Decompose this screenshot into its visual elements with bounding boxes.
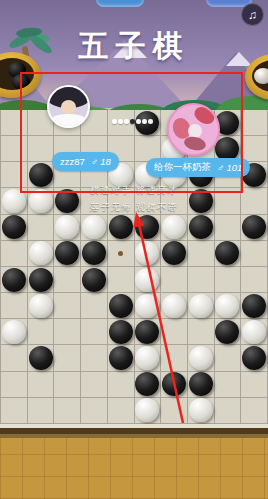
board-cell[interactable]: [1, 241, 28, 267]
black-stone: [82, 268, 106, 292]
carousel-dot: [148, 119, 153, 124]
board-cell[interactable]: [1, 293, 28, 319]
black-stone: [189, 372, 213, 396]
board-cell[interactable]: [215, 345, 242, 371]
left-player-name-pill: zzz87 ♂ 18: [52, 152, 119, 171]
board-cell[interactable]: [215, 241, 242, 267]
black-stone: [135, 320, 159, 344]
board-cell[interactable]: [135, 319, 162, 345]
carousel-dot: [136, 119, 141, 124]
board-cell[interactable]: [188, 319, 215, 345]
board-cell[interactable]: [54, 398, 81, 424]
board-cell[interactable]: [108, 267, 135, 293]
carousel-dot: [130, 119, 135, 124]
avatar-face: [61, 100, 77, 114]
board-edge-trim: [0, 434, 268, 438]
board-cell[interactable]: [28, 136, 55, 162]
board-cell[interactable]: [135, 372, 162, 398]
black-stone: [135, 215, 159, 239]
music-icon[interactable]: ♫: [241, 3, 264, 26]
black-stone: [162, 241, 186, 265]
board-cell[interactable]: [161, 398, 188, 424]
black-stone: [109, 346, 133, 370]
board-cell[interactable]: [188, 241, 215, 267]
white-stone: [189, 294, 213, 318]
board-cell[interactable]: [161, 293, 188, 319]
male-icon: ♂: [217, 162, 225, 173]
board-cell[interactable]: [28, 293, 55, 319]
board-cell[interactable]: [188, 293, 215, 319]
bowl-interior: [0, 58, 34, 90]
board-cell[interactable]: [135, 345, 162, 371]
left-player-avatar[interactable]: [47, 85, 90, 128]
board-cell[interactable]: [241, 215, 268, 241]
carousel-dot: [118, 119, 123, 124]
board-cell[interactable]: [1, 398, 28, 424]
white-stone: [29, 241, 53, 265]
board-cell[interactable]: [135, 215, 162, 241]
board-cell[interactable]: [28, 372, 55, 398]
banner-text-line2: 落子无悔 观棋不语: [0, 201, 268, 214]
white-stone: [2, 320, 26, 344]
white-stone: [189, 398, 213, 422]
board-cell[interactable]: [161, 345, 188, 371]
board-cell[interactable]: [188, 215, 215, 241]
board-cell[interactable]: [1, 372, 28, 398]
board-cell[interactable]: [241, 398, 268, 424]
black-stone: [135, 372, 159, 396]
board-cell[interactable]: [215, 319, 242, 345]
board-cell[interactable]: [241, 241, 268, 267]
player-level: 101: [227, 162, 243, 173]
player-name: zzz87: [60, 156, 85, 167]
board-cell[interactable]: [241, 293, 268, 319]
board-cell[interactable]: [108, 345, 135, 371]
board-cell[interactable]: [108, 398, 135, 424]
board-cell[interactable]: [188, 398, 215, 424]
white-stone: [82, 215, 106, 239]
white-stone: [162, 294, 186, 318]
board-cell[interactable]: [108, 372, 135, 398]
carousel-dot: [142, 119, 147, 124]
board-cell[interactable]: [81, 398, 108, 424]
board-cell[interactable]: [161, 241, 188, 267]
board-cell[interactable]: [81, 267, 108, 293]
board-cell[interactable]: [161, 372, 188, 398]
board-cell[interactable]: [161, 215, 188, 241]
board-cell[interactable]: [215, 267, 242, 293]
board-cell[interactable]: [28, 319, 55, 345]
white-stone: [242, 320, 266, 344]
board-cell[interactable]: [28, 215, 55, 241]
board-cell[interactable]: [54, 267, 81, 293]
white-stone: [55, 215, 79, 239]
board-cell[interactable]: [135, 398, 162, 424]
board-cell[interactable]: [54, 241, 81, 267]
black-stone: [215, 320, 239, 344]
board-cell[interactable]: [28, 241, 55, 267]
board-cell[interactable]: [161, 319, 188, 345]
board-cell[interactable]: [81, 215, 108, 241]
carousel-dot: [124, 119, 129, 124]
white-stone: [215, 294, 239, 318]
board-cell[interactable]: [1, 215, 28, 241]
white-stone: [189, 346, 213, 370]
white-stone: [254, 68, 268, 84]
black-stone: [109, 294, 133, 318]
board-cell[interactable]: [54, 293, 81, 319]
board-cell[interactable]: [161, 267, 188, 293]
board-cell[interactable]: [81, 241, 108, 267]
board-cell[interactable]: [135, 293, 162, 319]
white-stone: [135, 346, 159, 370]
white-stone: [162, 215, 186, 239]
star-point: [118, 251, 123, 256]
cutoff-top-button[interactable]: [96, 0, 144, 7]
board-cell[interactable]: [54, 319, 81, 345]
white-stone: [29, 294, 53, 318]
board-cell[interactable]: [1, 345, 28, 371]
board-cell[interactable]: [54, 345, 81, 371]
carousel-dot: [112, 119, 117, 124]
board-cell[interactable]: [54, 215, 81, 241]
board-cell[interactable]: [108, 215, 135, 241]
board-cell[interactable]: [215, 215, 242, 241]
black-stone: [109, 215, 133, 239]
board-cell[interactable]: [81, 345, 108, 371]
white-stone: [135, 268, 159, 292]
board-cell[interactable]: [1, 319, 28, 345]
board-cell[interactable]: [28, 398, 55, 424]
player-name: 给你一杯奶茶: [154, 161, 211, 174]
board-cell[interactable]: [215, 293, 242, 319]
player-level: 18: [100, 156, 111, 167]
board-cell[interactable]: [108, 241, 135, 267]
black-stone: [29, 346, 53, 370]
board-cell[interactable]: [1, 110, 28, 136]
black-stone: [12, 74, 30, 90]
right-player-name-pill: 给你一杯奶茶 ♂ 101: [146, 158, 250, 177]
game-screen: ♫ 五子棋 zzz87 ♂ 18 给你一杯奶茶: [0, 0, 268, 499]
board-cell[interactable]: [215, 398, 242, 424]
black-stone: [242, 346, 266, 370]
avatar-character: [183, 135, 207, 152]
bowl-interior: [252, 60, 268, 92]
board-cell[interactable]: [81, 319, 108, 345]
white-stone: [135, 294, 159, 318]
banner-text-line1: 棋逢对手 将遇良才: [0, 184, 268, 197]
board-cell[interactable]: [108, 319, 135, 345]
white-stone: [135, 398, 159, 422]
white-stone: [135, 241, 159, 265]
board-cell[interactable]: [135, 267, 162, 293]
board-cell[interactable]: [215, 372, 242, 398]
board-cell[interactable]: [241, 345, 268, 371]
black-stone: [189, 215, 213, 239]
board-cell[interactable]: [81, 372, 108, 398]
black-stone: [55, 241, 79, 265]
black-stone: [2, 268, 26, 292]
black-stone: [2, 215, 26, 239]
board-cell[interactable]: [28, 267, 55, 293]
board-cell[interactable]: [1, 267, 28, 293]
board-cell[interactable]: [1, 136, 28, 162]
board-cell[interactable]: [28, 345, 55, 371]
board-cell[interactable]: [241, 267, 268, 293]
black-stone: [162, 372, 186, 396]
wooden-table: [0, 424, 268, 499]
board-cell[interactable]: [108, 293, 135, 319]
board-cell[interactable]: [241, 372, 268, 398]
black-stone: [109, 320, 133, 344]
black-stone: [29, 268, 53, 292]
page-title: 五子棋: [0, 26, 268, 67]
board-cell[interactable]: [54, 372, 81, 398]
board-cell[interactable]: [188, 372, 215, 398]
black-stone: [82, 241, 106, 265]
black-stone: [215, 241, 239, 265]
male-icon: ♂: [91, 156, 99, 167]
board-cell[interactable]: [241, 319, 268, 345]
board-cell[interactable]: [188, 345, 215, 371]
board-cell[interactable]: [188, 267, 215, 293]
board-cell[interactable]: [241, 110, 268, 136]
black-stone: [242, 215, 266, 239]
black-stone: [242, 294, 266, 318]
right-player-avatar[interactable]: [167, 103, 220, 156]
board-cell[interactable]: [135, 241, 162, 267]
carousel-dots: [112, 119, 153, 124]
board-cell[interactable]: [81, 293, 108, 319]
